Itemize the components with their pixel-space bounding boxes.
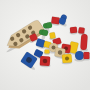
product-photo xyxy=(0,0,90,90)
red-wavy-figure xyxy=(80,34,88,50)
red-cube-3 xyxy=(78,27,85,34)
red-cube-6 xyxy=(84,52,90,59)
red-cube-2 xyxy=(70,27,77,34)
red-cube-1 xyxy=(51,16,60,24)
blue-disc xyxy=(75,51,84,60)
red-square-ring-2 xyxy=(40,56,51,66)
yellow-bit xyxy=(45,50,50,54)
yellow-peg-small xyxy=(49,32,55,39)
toy-scene-svg xyxy=(0,0,90,90)
yellow-square-ring xyxy=(62,54,72,63)
